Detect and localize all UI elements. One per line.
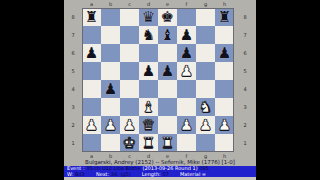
event-value: 35-ch U12 Liba Bozhe <box>86 166 141 171</box>
square-e5[interactable]: ♟ <box>158 62 177 80</box>
white-queen: ♛ <box>142 116 155 134</box>
square-a4[interactable] <box>82 80 101 98</box>
black-pawn: ♟ <box>142 62 155 80</box>
white-pawn: ♟ <box>85 116 98 134</box>
square-f1[interactable] <box>177 134 196 152</box>
file-label-top-g: g <box>196 0 215 8</box>
square-g8[interactable] <box>196 8 215 26</box>
black-pawn: ♟ <box>180 44 193 62</box>
rank-label-right-7: 7 <box>234 26 256 44</box>
white-pawn: ♟ <box>123 116 136 134</box>
rank-label-left-2: 2 <box>64 116 82 134</box>
square-g2[interactable]: ♟ <box>196 116 215 134</box>
rank-label-right-6: 6 <box>234 44 256 62</box>
square-g3[interactable]: ♞ <box>196 98 215 116</box>
square-b5[interactable] <box>101 62 120 80</box>
rank-label-left-5: 5 <box>64 62 82 80</box>
next-label: Next: <box>96 172 109 177</box>
file-label-top-a: a <box>82 0 101 8</box>
black-pawn: ♟ <box>180 26 193 44</box>
white-pawn: ♟ <box>199 116 212 134</box>
chess-app-window: abcdefgh8♜♛♚♜87♞♝♟76♟♟♟65♟♟♟54♟43♝♞32♟♟♟… <box>64 0 256 180</box>
rank-label-left-6: 6 <box>64 44 82 62</box>
white-knight: ♞ <box>199 98 212 116</box>
square-h3[interactable] <box>215 98 234 116</box>
next-move: 34. (g5) <box>111 172 131 177</box>
square-e4[interactable] <box>158 80 177 98</box>
rank-label-right-1: 1 <box>234 134 256 152</box>
square-e1[interactable]: ♜ <box>158 134 177 152</box>
square-g5[interactable] <box>196 62 215 80</box>
corner-top-right <box>234 0 256 8</box>
square-h6[interactable]: ♟ <box>215 44 234 62</box>
event-label: Event : <box>67 166 85 171</box>
white-rook: ♜ <box>142 134 155 152</box>
rank-label-left-3: 3 <box>64 98 82 116</box>
white-pawn: ♟ <box>218 116 231 134</box>
square-d7[interactable]: ♞ <box>139 26 158 44</box>
square-c4[interactable] <box>120 80 139 98</box>
square-b1[interactable] <box>101 134 120 152</box>
square-d4[interactable] <box>139 80 158 98</box>
square-f7[interactable]: ♟ <box>177 26 196 44</box>
black-king: ♚ <box>161 8 174 26</box>
square-g1[interactable] <box>196 134 215 152</box>
square-b4[interactable]: ♟ <box>101 80 120 98</box>
rank-label-left-4: 4 <box>64 80 82 98</box>
black-rook: ♜ <box>85 8 98 26</box>
square-h5[interactable] <box>215 62 234 80</box>
game-info-bar: Event : 35-ch U12 Liba Bozhe (2013-09-26… <box>64 166 256 177</box>
square-c5[interactable] <box>120 62 139 80</box>
square-d6[interactable] <box>139 44 158 62</box>
square-b8[interactable] <box>101 8 120 26</box>
white-pawn: ♟ <box>180 116 193 134</box>
black-knight: ♞ <box>142 26 155 44</box>
square-e2[interactable] <box>158 116 177 134</box>
white-last-move: Bd3 <box>75 172 85 177</box>
letterbox-left <box>0 0 64 180</box>
square-d8[interactable]: ♛ <box>139 8 158 26</box>
rank-label-left-1: 1 <box>64 134 82 152</box>
white-king: ♚ <box>123 134 136 152</box>
rank-label-right-3: 3 <box>234 98 256 116</box>
bottom-strip <box>64 177 256 180</box>
square-h2[interactable]: ♟ <box>215 116 234 134</box>
square-d5[interactable]: ♟ <box>139 62 158 80</box>
black-queen: ♛ <box>142 8 155 26</box>
black-pawn: ♟ <box>161 62 174 80</box>
black-bishop: ♝ <box>161 26 174 44</box>
square-g7[interactable] <box>196 26 215 44</box>
file-label-top-h: h <box>215 0 234 8</box>
square-a8[interactable]: ♜ <box>82 8 101 26</box>
rank-label-right-8: 8 <box>234 8 256 26</box>
square-h1[interactable] <box>215 134 234 152</box>
white-pawn: ♟ <box>104 116 117 134</box>
square-f6[interactable]: ♟ <box>177 44 196 62</box>
square-f5[interactable]: ♟ <box>177 62 196 80</box>
square-a2[interactable]: ♟ <box>82 116 101 134</box>
square-c3[interactable] <box>120 98 139 116</box>
black-pawn: ♟ <box>218 44 231 62</box>
square-f4[interactable] <box>177 80 196 98</box>
chess-board: abcdefgh8♜♛♚♜87♞♝♟76♟♟♟65♟♟♟54♟43♝♞32♟♟♟… <box>64 0 256 160</box>
rank-label-right-5: 5 <box>234 62 256 80</box>
square-d1[interactable]: ♜ <box>139 134 158 152</box>
square-d2[interactable]: ♛ <box>139 116 158 134</box>
black-rook: ♜ <box>218 8 231 26</box>
length-value: 57 <box>162 172 168 177</box>
square-a1[interactable] <box>82 134 101 152</box>
event-detail: (2013-09-26 Round 1) <box>142 166 197 171</box>
square-a6[interactable]: ♟ <box>82 44 101 62</box>
letterboxed-stage: abcdefgh8♜♛♚♜87♞♝♟76♟♟♟65♟♟♟54♟43♝♞32♟♟♟… <box>0 0 320 180</box>
rank-label-right-2: 2 <box>234 116 256 134</box>
square-d3[interactable]: ♝ <box>139 98 158 116</box>
black-pawn: ♟ <box>85 44 98 62</box>
square-f3[interactable] <box>177 98 196 116</box>
square-a5[interactable] <box>82 62 101 80</box>
corner-top-left <box>64 0 82 8</box>
square-f2[interactable]: ♟ <box>177 116 196 134</box>
file-label-top-e: e <box>158 0 177 8</box>
square-h7[interactable] <box>215 26 234 44</box>
square-e6[interactable] <box>158 44 177 62</box>
square-b2[interactable]: ♟ <box>101 116 120 134</box>
file-label-top-f: f <box>177 0 196 8</box>
square-h4[interactable] <box>215 80 234 98</box>
length-label: Length: <box>142 172 161 177</box>
white-rook: ♜ <box>161 134 174 152</box>
square-g6[interactable] <box>196 44 215 62</box>
square-c1[interactable]: ♚ <box>120 134 139 152</box>
square-c8[interactable] <box>120 8 139 26</box>
players-line: Bulgarski, Andrey (2152) -- Sefernik, Mi… <box>64 159 256 166</box>
letterbox-right <box>256 0 320 180</box>
file-label-top-d: d <box>139 0 158 8</box>
white-pawn: ♟ <box>180 62 193 80</box>
file-label-top-b: b <box>101 0 120 8</box>
white-bishop: ♝ <box>142 98 155 116</box>
square-h8[interactable]: ♜ <box>215 8 234 26</box>
square-a7[interactable] <box>82 26 101 44</box>
square-c6[interactable] <box>120 44 139 62</box>
square-a3[interactable] <box>82 98 101 116</box>
square-b7[interactable] <box>101 26 120 44</box>
material-value: = <box>202 172 206 177</box>
square-b6[interactable] <box>101 44 120 62</box>
square-f8[interactable] <box>177 8 196 26</box>
square-b3[interactable] <box>101 98 120 116</box>
file-label-top-c: c <box>120 0 139 8</box>
material-label: Material <box>180 172 200 177</box>
rank-label-left-8: 8 <box>64 8 82 26</box>
square-e3[interactable] <box>158 98 177 116</box>
event-code: 095 <box>199 166 209 171</box>
square-c2[interactable]: ♟ <box>120 116 139 134</box>
square-e7[interactable]: ♝ <box>158 26 177 44</box>
white-label: W: <box>67 172 73 177</box>
rank-label-right-4: 4 <box>234 80 256 98</box>
square-g4[interactable] <box>196 80 215 98</box>
black-pawn: ♟ <box>104 80 117 98</box>
square-c7[interactable] <box>120 26 139 44</box>
square-e8[interactable]: ♚ <box>158 8 177 26</box>
rank-label-left-7: 7 <box>64 26 82 44</box>
